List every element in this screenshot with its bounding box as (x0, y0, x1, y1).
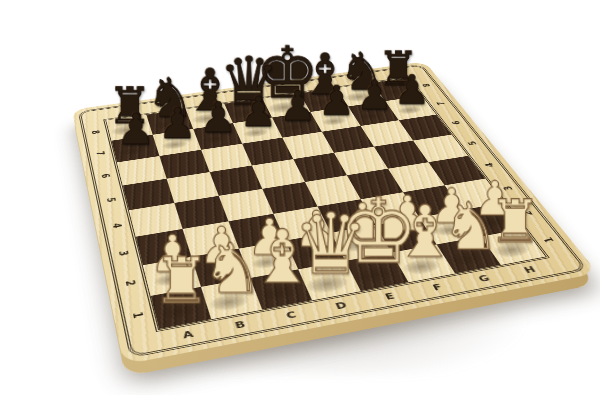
chess-set-photo: ABCDEFGH8877665544332211 ♜♞♝♛♚♝♞♜♟♟♟♟♟♟♟… (0, 0, 600, 395)
board-frame: ABCDEFGH8877665544332211 ♜♞♝♛♚♝♞♜♟♟♟♟♟♟♟… (72, 61, 598, 364)
light-r-glyph: ♜ (134, 251, 229, 312)
perspective-viewport: ABCDEFGH8877665544332211 ♜♞♝♛♚♝♞♜♟♟♟♟♟♟♟… (0, 0, 600, 395)
pieces-layer: ♜♞♝♛♚♝♞♜♟♟♟♟♟♟♟♟♟♟♟♟♟♟♟♟♜♞♝♛♚♝♞♜ (72, 61, 598, 364)
chess-board: ABCDEFGH8877665544332211 ♜♞♝♛♚♝♞♜♟♟♟♟♟♟♟… (72, 61, 598, 364)
